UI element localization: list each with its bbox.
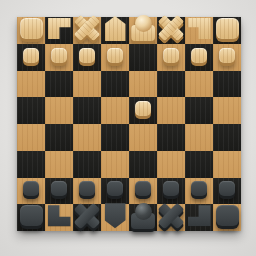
black-king[interactable]: [105, 203, 126, 228]
square-e6[interactable]: [101, 151, 129, 178]
black-pawn[interactable]: [135, 181, 151, 196]
black-pawn[interactable]: [219, 181, 235, 196]
square-g4[interactable]: [45, 97, 73, 124]
square-f2[interactable]: [73, 44, 101, 71]
square-f6[interactable]: [73, 151, 101, 178]
black-rook[interactable]: [216, 205, 239, 226]
square-d5[interactable]: [129, 124, 157, 151]
square-b7[interactable]: [185, 178, 213, 205]
white-pawn[interactable]: [107, 48, 123, 63]
black-rook[interactable]: [20, 205, 43, 226]
square-c7[interactable]: [157, 178, 185, 205]
square-c8[interactable]: [157, 204, 185, 231]
square-a5[interactable]: [213, 124, 241, 151]
square-c3[interactable]: [157, 71, 185, 98]
queen-sphere-icon: [135, 15, 152, 32]
square-a7[interactable]: [213, 178, 241, 205]
white-rook[interactable]: [216, 18, 239, 39]
white-rook[interactable]: [20, 18, 43, 39]
white-king[interactable]: [105, 16, 126, 41]
white-pawn[interactable]: [163, 48, 179, 63]
square-g3[interactable]: [45, 71, 73, 98]
square-b5[interactable]: [185, 124, 213, 151]
square-b8[interactable]: [185, 204, 213, 231]
square-d4[interactable]: [129, 97, 157, 124]
square-b2[interactable]: [185, 44, 213, 71]
square-g2[interactable]: [45, 44, 73, 71]
square-d3[interactable]: [129, 71, 157, 98]
white-knight[interactable]: [188, 18, 211, 39]
square-c1[interactable]: [157, 17, 185, 44]
white-queen[interactable]: [131, 15, 155, 41]
square-c6[interactable]: [157, 151, 185, 178]
white-pawn[interactable]: [51, 48, 67, 63]
square-h8[interactable]: [17, 204, 45, 231]
square-e8[interactable]: [101, 204, 129, 231]
square-e7[interactable]: [101, 178, 129, 205]
square-b6[interactable]: [185, 151, 213, 178]
square-g7[interactable]: [45, 178, 73, 205]
square-g6[interactable]: [45, 151, 73, 178]
square-g1[interactable]: [45, 17, 73, 44]
black-pawn[interactable]: [79, 181, 95, 196]
white-bishop[interactable]: [75, 17, 100, 40]
square-h1[interactable]: [17, 17, 45, 44]
square-h4[interactable]: [17, 97, 45, 124]
square-d6[interactable]: [129, 151, 157, 178]
black-pawn[interactable]: [163, 181, 179, 196]
square-e3[interactable]: [101, 71, 129, 98]
black-knight[interactable]: [48, 205, 71, 226]
white-bishop[interactable]: [159, 17, 184, 40]
white-knight[interactable]: [48, 18, 71, 39]
square-d2[interactable]: [129, 44, 157, 71]
black-pawn[interactable]: [23, 181, 39, 196]
square-a4[interactable]: [213, 97, 241, 124]
square-f1[interactable]: [73, 17, 101, 44]
square-e2[interactable]: [101, 44, 129, 71]
white-pawn[interactable]: [79, 48, 95, 63]
square-d7[interactable]: [129, 178, 157, 205]
square-b4[interactable]: [185, 97, 213, 124]
square-c2[interactable]: [157, 44, 185, 71]
square-f4[interactable]: [73, 97, 101, 124]
square-c5[interactable]: [157, 124, 185, 151]
square-a8[interactable]: [213, 204, 241, 231]
black-pawn[interactable]: [107, 181, 123, 196]
chessboard: [17, 17, 241, 231]
square-f3[interactable]: [73, 71, 101, 98]
square-h3[interactable]: [17, 71, 45, 98]
white-pawn[interactable]: [219, 48, 235, 63]
square-b3[interactable]: [185, 71, 213, 98]
black-pawn[interactable]: [51, 181, 67, 196]
square-b1[interactable]: [185, 17, 213, 44]
square-e1[interactable]: [101, 17, 129, 44]
square-a1[interactable]: [213, 17, 241, 44]
white-pawn[interactable]: [135, 101, 151, 116]
square-h2[interactable]: [17, 44, 45, 71]
square-h5[interactable]: [17, 124, 45, 151]
black-queen[interactable]: [131, 203, 155, 229]
white-pawn[interactable]: [23, 48, 39, 63]
square-f8[interactable]: [73, 204, 101, 231]
black-bishop[interactable]: [75, 204, 100, 227]
app-background: [0, 0, 256, 256]
square-a3[interactable]: [213, 71, 241, 98]
square-g8[interactable]: [45, 204, 73, 231]
square-c4[interactable]: [157, 97, 185, 124]
black-pawn[interactable]: [191, 181, 207, 196]
black-bishop[interactable]: [159, 204, 184, 227]
queen-sphere-icon: [135, 203, 152, 220]
square-f7[interactable]: [73, 178, 101, 205]
square-f5[interactable]: [73, 124, 101, 151]
square-a6[interactable]: [213, 151, 241, 178]
square-h7[interactable]: [17, 178, 45, 205]
white-pawn[interactable]: [191, 48, 207, 63]
square-d1[interactable]: [129, 17, 157, 44]
square-a2[interactable]: [213, 44, 241, 71]
square-h6[interactable]: [17, 151, 45, 178]
black-knight[interactable]: [188, 205, 211, 226]
square-d8[interactable]: [129, 204, 157, 231]
square-e5[interactable]: [101, 124, 129, 151]
square-g5[interactable]: [45, 124, 73, 151]
square-e4[interactable]: [101, 97, 129, 124]
